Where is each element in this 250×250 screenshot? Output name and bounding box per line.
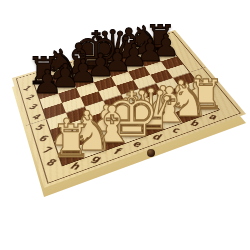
piece-black-pawn-h2: ♟ [31,66,64,99]
piece-white-rook-h8: ♜ [49,119,94,164]
chess-set-product-photo: 12345678 hgfedcba ♜♞♝♛♚♝♞♜♟♟♟♟♟♟♟♟♟♟♟♟♟♟… [0,0,250,250]
